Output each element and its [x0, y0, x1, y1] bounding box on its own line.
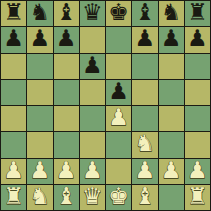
black-king: ♚ [108, 1, 129, 24]
white-pawn: ♟ [135, 159, 156, 182]
black-pawn: ♟ [108, 80, 129, 103]
white-pawn: ♟ [56, 159, 77, 182]
white-bishop: ♝ [135, 185, 156, 208]
chess-board: ♜♞♝♛♚♝♞♜♟♟♟♟♟♟♟♟♟♞♟♟♟♟♟♟♟♜♞♝♛♚♝♜ [0, 0, 211, 211]
square-g6[interactable] [159, 54, 184, 79]
square-g2[interactable]: ♟ [159, 159, 184, 184]
white-pawn: ♟ [82, 159, 103, 182]
black-knight: ♞ [161, 1, 182, 24]
white-queen: ♛ [82, 185, 103, 208]
white-king: ♚ [108, 185, 129, 208]
square-e3[interactable] [106, 132, 131, 157]
square-g8[interactable]: ♞ [159, 1, 184, 26]
square-b1[interactable]: ♞ [27, 185, 52, 210]
white-rook: ♜ [3, 185, 24, 208]
square-g4[interactable] [159, 106, 184, 131]
square-b3[interactable] [27, 132, 52, 157]
black-rook: ♜ [187, 1, 208, 24]
square-d2[interactable]: ♟ [80, 159, 105, 184]
square-b5[interactable] [27, 80, 52, 105]
square-h7[interactable]: ♟ [185, 27, 210, 52]
square-b7[interactable]: ♟ [27, 27, 52, 52]
square-f6[interactable] [132, 54, 157, 79]
black-knight: ♞ [30, 1, 51, 24]
square-h5[interactable] [185, 80, 210, 105]
square-e1[interactable]: ♚ [106, 185, 131, 210]
square-g1[interactable] [159, 185, 184, 210]
black-pawn: ♟ [3, 27, 24, 50]
square-d1[interactable]: ♛ [80, 185, 105, 210]
square-e7[interactable] [106, 27, 131, 52]
black-queen: ♛ [82, 1, 103, 24]
black-pawn: ♟ [187, 27, 208, 50]
square-c7[interactable]: ♟ [54, 27, 79, 52]
square-d5[interactable] [80, 80, 105, 105]
square-f4[interactable] [132, 106, 157, 131]
square-c2[interactable]: ♟ [54, 159, 79, 184]
white-knight: ♞ [135, 132, 156, 155]
white-pawn: ♟ [108, 106, 129, 129]
square-f2[interactable]: ♟ [132, 159, 157, 184]
black-pawn: ♟ [82, 54, 103, 77]
square-d4[interactable] [80, 106, 105, 131]
square-f3[interactable]: ♞ [132, 132, 157, 157]
square-a8[interactable]: ♜ [1, 1, 26, 26]
white-pawn: ♟ [3, 159, 24, 182]
white-rook: ♜ [187, 185, 208, 208]
square-b8[interactable]: ♞ [27, 1, 52, 26]
square-e6[interactable] [106, 54, 131, 79]
square-b4[interactable] [27, 106, 52, 131]
square-g3[interactable] [159, 132, 184, 157]
black-pawn: ♟ [135, 27, 156, 50]
square-d3[interactable] [80, 132, 105, 157]
square-h1[interactable]: ♜ [185, 185, 210, 210]
square-h3[interactable] [185, 132, 210, 157]
black-pawn: ♟ [161, 27, 182, 50]
white-pawn: ♟ [161, 159, 182, 182]
square-a1[interactable]: ♜ [1, 185, 26, 210]
square-a3[interactable] [1, 132, 26, 157]
square-g5[interactable] [159, 80, 184, 105]
square-b6[interactable] [27, 54, 52, 79]
square-f7[interactable]: ♟ [132, 27, 157, 52]
square-f5[interactable] [132, 80, 157, 105]
square-a2[interactable]: ♟ [1, 159, 26, 184]
square-d8[interactable]: ♛ [80, 1, 105, 26]
black-pawn: ♟ [56, 27, 77, 50]
square-e2[interactable] [106, 159, 131, 184]
square-d6[interactable]: ♟ [80, 54, 105, 79]
square-b2[interactable]: ♟ [27, 159, 52, 184]
square-c5[interactable] [54, 80, 79, 105]
square-h2[interactable]: ♟ [185, 159, 210, 184]
square-a4[interactable] [1, 106, 26, 131]
square-c1[interactable]: ♝ [54, 185, 79, 210]
square-g7[interactable]: ♟ [159, 27, 184, 52]
square-c6[interactable] [54, 54, 79, 79]
square-h4[interactable] [185, 106, 210, 131]
white-bishop: ♝ [56, 185, 77, 208]
square-a6[interactable] [1, 54, 26, 79]
square-c4[interactable] [54, 106, 79, 131]
black-bishop: ♝ [56, 1, 77, 24]
square-e4[interactable]: ♟ [106, 106, 131, 131]
square-h8[interactable]: ♜ [185, 1, 210, 26]
square-d7[interactable] [80, 27, 105, 52]
square-a5[interactable] [1, 80, 26, 105]
black-rook: ♜ [3, 1, 24, 24]
square-a7[interactable]: ♟ [1, 27, 26, 52]
black-bishop: ♝ [135, 1, 156, 24]
square-h6[interactable] [185, 54, 210, 79]
square-e8[interactable]: ♚ [106, 1, 131, 26]
black-pawn: ♟ [30, 27, 51, 50]
square-f1[interactable]: ♝ [132, 185, 157, 210]
white-knight: ♞ [30, 185, 51, 208]
square-c3[interactable] [54, 132, 79, 157]
square-f8[interactable]: ♝ [132, 1, 157, 26]
white-pawn: ♟ [30, 159, 51, 182]
square-c8[interactable]: ♝ [54, 1, 79, 26]
square-e5[interactable]: ♟ [106, 80, 131, 105]
white-pawn: ♟ [187, 159, 208, 182]
